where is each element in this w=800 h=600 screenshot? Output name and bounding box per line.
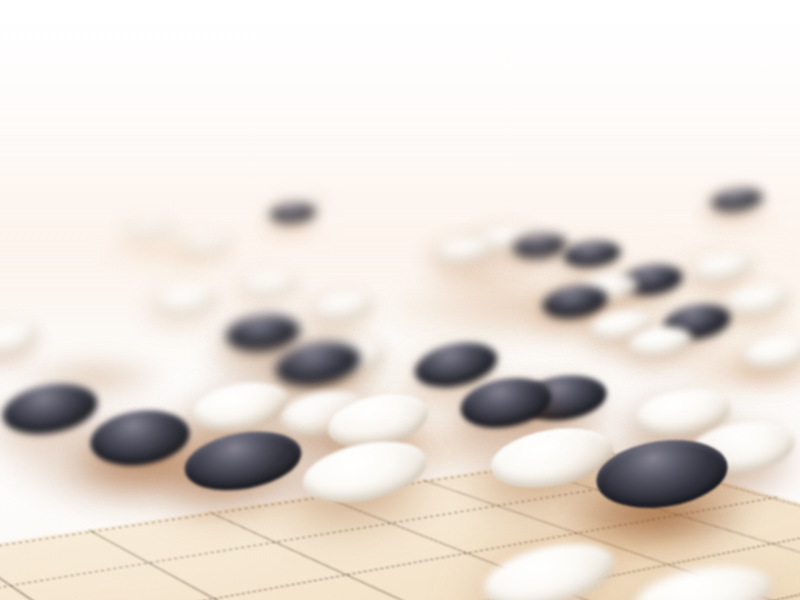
black-stone: ● (180, 423, 306, 499)
stones-layer: ●○●○○○●○●○●○○○○●○●○●○○○○●●●●○●○○○●○○●○●○… (0, 0, 800, 600)
white-stone: ○ (240, 268, 300, 300)
black-stone: ● (562, 238, 622, 270)
white-stone: ○ (298, 432, 433, 513)
white-stone: ○ (434, 234, 496, 266)
white-stone: ○ (180, 230, 234, 256)
white-stone: ○ (629, 556, 777, 600)
white-stone: ○ (477, 532, 621, 600)
white-stone: ○ (310, 288, 375, 324)
white-stone: ○ (740, 330, 800, 374)
white-stone: ○ (722, 281, 792, 320)
black-stone: ● (0, 377, 101, 441)
black-stone: ● (269, 201, 317, 225)
black-stone: ● (224, 311, 301, 355)
white-stone: ○ (0, 316, 42, 360)
black-stone: ● (710, 185, 765, 214)
black-stone: ● (87, 404, 194, 471)
white-stone: ○ (188, 376, 292, 438)
white-stone: ○ (153, 282, 220, 319)
white-stone: ○ (688, 249, 755, 286)
white-stone: ○ (125, 215, 175, 239)
go-photo: ●○●○○○●○●○●○○○○●○●○●○○○○●●●●○●○○○●○○●○●○… (0, 0, 800, 600)
